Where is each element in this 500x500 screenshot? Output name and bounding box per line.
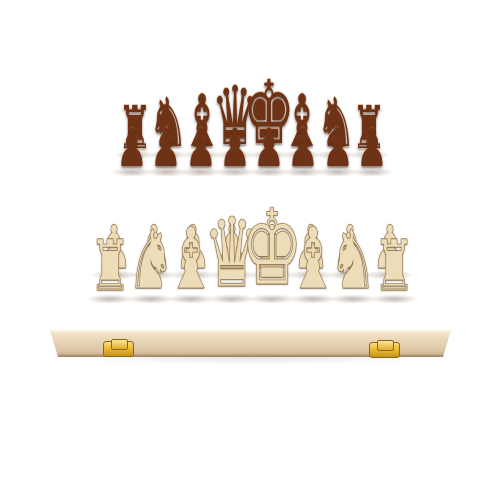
chess-piece-glyph: ♞ (329, 220, 377, 301)
chess-piece-glyph: ♟ (116, 121, 147, 174)
chess-piece-glyph: ♟ (253, 121, 284, 174)
chess-piece-glyph: ♟ (322, 121, 353, 174)
chess-piece-glyph: ♜ (89, 231, 130, 301)
pieces-layer: ♜♞♝♛♚♝♞♜♟♟♟♟♟♟♟♟♟♟♟♟♟♟♟♟♜♞♝♛♚♝♞♜ (0, 0, 500, 500)
chess-piece-glyph: ♟ (288, 121, 319, 174)
chess-piece-glyph: ♟ (185, 121, 216, 174)
chess-piece-glyph: ♟ (151, 121, 182, 174)
chess-piece-glyph: ♜ (373, 231, 414, 301)
chess-set-photo: ♜♞♝♛♚♝♞♜♟♟♟♟♟♟♟♟♟♟♟♟♟♟♟♟♜♞♝♛♚♝♞♜ (0, 0, 500, 500)
chess-piece-glyph: ♟ (219, 121, 250, 174)
chess-piece-glyph: ♟ (356, 121, 387, 174)
